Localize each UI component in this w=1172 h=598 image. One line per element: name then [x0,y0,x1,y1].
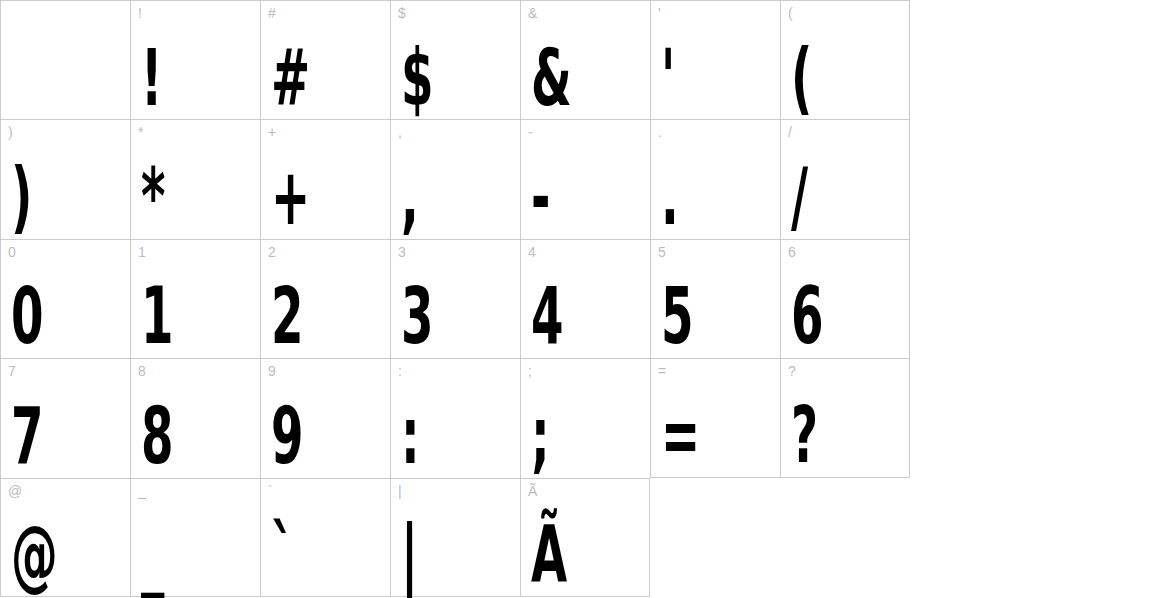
character-code-label: _ [138,482,146,500]
character-code-label: - [528,123,533,141]
character-code-label: $ [398,4,406,22]
character-code-label: * [138,123,143,141]
glyph-cell: // [780,119,910,238]
character-code-label: 6 [788,243,796,261]
glyph-cell: `` [260,478,390,597]
glyph-cell: ++ [260,119,390,238]
glyph-cell: && [520,0,650,119]
character-glyph: ! [141,38,162,120]
glyph-cell: __ [130,478,260,597]
glyph-cell: 88 [130,358,260,477]
character-code-label: ) [8,123,13,141]
glyph-cell: @@ [0,478,130,597]
character-code-label: 0 [8,243,16,261]
character-glyph: 6 [791,276,824,358]
glyph-cell: $$ [390,0,520,119]
character-glyph: 8 [141,396,174,478]
character-glyph: * [141,157,165,239]
character-glyph: , [401,157,419,239]
character-code-label: + [268,123,276,141]
glyph-cell: 77 [0,358,130,477]
glyph-cell: )) [0,119,130,238]
character-glyph: = [661,395,700,477]
glyph-cell: -- [520,119,650,238]
character-code-label: 5 [658,243,666,261]
glyph-cell: 00 [0,239,130,358]
character-glyph: ; [531,396,550,478]
character-glyph: | [401,514,418,596]
character-code-label: / [788,123,792,141]
character-glyph: @ [11,514,58,596]
glyph-cell: 66 [780,239,910,358]
glyph-cell: !! [130,0,260,119]
character-glyph: - [531,157,550,239]
glyph-cell: == [650,358,780,477]
character-glyph: : [401,396,420,478]
glyph-cell: 99 [260,358,390,477]
character-glyph: ` [271,514,294,596]
character-code-label: = [658,362,666,380]
character-code-label: # [268,4,276,22]
character-code-label: 3 [398,243,406,261]
glyph-cell: 11 [130,239,260,358]
character-code-label: 2 [268,243,276,261]
glyph-cell: 44 [520,239,650,358]
glyph-cell: ;; [520,358,650,477]
character-glyph: ( [791,38,812,120]
glyph-cell: ?? [780,358,910,477]
character-code-label: . [658,123,662,141]
character-glyph: ) [11,157,32,239]
character-code-label: ! [138,4,142,22]
glyph-cell: .. [650,119,780,238]
character-code-label: | [398,482,402,500]
character-code-label: & [528,4,537,22]
character-code-label: Ã [528,482,537,500]
character-code-label: 1 [138,243,146,261]
character-glyph: 5 [661,276,694,358]
glyph-cell: :: [390,358,520,477]
character-code-label: : [398,362,402,380]
glyph-cell [0,0,130,119]
character-glyph: 4 [531,276,564,358]
glyph-cell: 22 [260,239,390,358]
character-code-label: ; [528,362,532,380]
glyph-cell: 55 [650,239,780,358]
character-glyph: & [531,38,572,120]
character-code-label: ' [658,4,661,22]
character-glyph: ' [661,38,675,120]
character-glyph: Ã [531,514,567,596]
character-glyph: 9 [271,396,304,478]
glyph-cell: ** [130,119,260,238]
character-glyph: . [661,157,679,239]
character-glyph: ? [791,395,818,477]
glyph-cell: ,, [390,119,520,238]
glyph-cell: || [390,478,520,597]
character-code-label: 7 [8,362,16,380]
character-glyph: / [791,157,808,239]
character-glyph: $ [401,38,434,120]
character-glyph: + [271,157,310,239]
character-code-label: 4 [528,243,536,261]
character-code-label: 8 [138,362,146,380]
character-glyph: _ [141,514,164,596]
font-character-map-grid: !!##$$&&''(())**++,,--..//00112233445566… [0,0,910,597]
glyph-cell: '' [650,0,780,119]
character-code-label: , [398,123,402,141]
character-glyph: 7 [11,396,44,478]
glyph-cell: ## [260,0,390,119]
character-code-label: ` [268,482,273,500]
character-glyph: 0 [11,276,44,358]
character-code-label: @ [8,482,22,500]
character-glyph: 2 [271,276,304,358]
glyph-cell: ÃÃ [520,478,650,597]
character-glyph: 1 [141,276,174,358]
character-glyph: 3 [401,276,434,358]
character-code-label: 9 [268,362,276,380]
glyph-cell: 33 [390,239,520,358]
character-code-label: ( [788,4,793,22]
glyph-cell: (( [780,0,910,119]
character-glyph: # [271,38,310,120]
character-code-label: ? [788,362,796,380]
